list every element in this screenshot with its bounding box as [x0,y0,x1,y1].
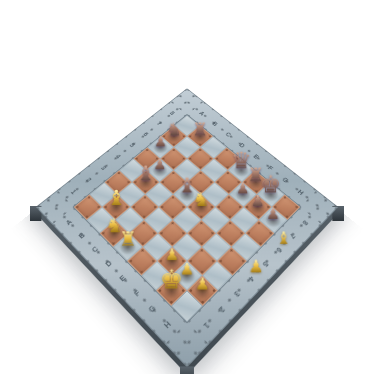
coord-label-file-e-near: E [116,271,131,286]
coord-label-file-a-far: A [196,108,209,118]
piece-gold-p-f2[interactable]: ♟ [165,247,179,263]
coord-label-file-b-far: B [209,118,222,129]
coord-label-file-h-far: H [294,186,308,198]
captured-gold-p: ♟ [248,258,263,275]
coord-label-rank-8-left: 8 [166,108,179,118]
piece-gold-r-d1[interactable]: ♜ [119,229,137,249]
square-f6[interactable] [215,194,243,220]
square-c3[interactable] [130,194,158,220]
coord-label-file-a-near: A [62,216,76,229]
piece-copper-b-b4[interactable]: ♝ [137,164,155,184]
chessboard-3d-scene: ABCDEFGH ABCDEFGH 12345678 12345678 ♜♛♜♚… [0,0,374,374]
coord-label-file-d-near: D [102,256,117,270]
coord-label-rank-7-left: 7 [153,118,166,129]
board-grid: ♜♛♜♚♞♟♟♟♟♟♝♞♝♝♟♟♟♞♜♚ [74,115,300,322]
piece-copper-p-a6[interactable]: ♟ [154,135,167,149]
coord-label-rank-2-left: 2 [82,174,96,186]
piece-copper-p-f7[interactable]: ♟ [236,182,249,197]
coord-label-rank-8-right: 8 [297,216,311,229]
piece-gold-n-e5[interactable]: ♞ [193,190,210,209]
coord-label-rank-2-right: 2 [213,301,229,317]
piece-copper-p-g7[interactable]: ♟ [251,194,264,209]
perspective-camera: ABCDEFGH ABCDEFGH 12345678 12345678 ♜♛♜♚… [0,0,374,374]
coord-label-rank-5-left: 5 [125,140,138,151]
coord-label-file-f-near: F [130,286,145,301]
coord-label-file-c-near: C [88,242,103,256]
piece-copper-p-h7[interactable]: ♟ [266,207,280,222]
chess-board[interactable]: ABCDEFGH ABCDEFGH 12345678 12345678 ♜♛♜♚… [36,88,339,367]
coord-label-rank-3-left: 3 [97,162,111,174]
coord-label-file-g-near: G [145,301,161,317]
piece-copper-p-b5[interactable]: ♟ [153,158,166,172]
piece-gold-p-h2[interactable]: ♟ [195,276,210,292]
piece-gold-k-g1[interactable]: ♚ [160,267,183,293]
captured-gold-b: ♝ [276,230,291,247]
piece-copper-r-b8[interactable]: ♜ [192,121,208,139]
coord-label-rank-6-left: 6 [139,129,152,140]
coord-label-rank-3-right: 3 [228,286,243,301]
coord-label-file-b-near: B [75,229,90,243]
piece-gold-b-b2[interactable]: ♝ [107,188,126,209]
coord-label-rank-4-left: 4 [111,151,124,162]
coord-label-rank-1-right: 1 [198,317,214,333]
board-leg [180,366,194,374]
coord-label-file-c-far: C [222,129,235,140]
coord-label-rank-1-left: 1 [66,186,80,198]
coord-label-file-h-near: H [160,317,176,333]
piece-copper-n-a7[interactable]: ♞ [166,121,182,139]
